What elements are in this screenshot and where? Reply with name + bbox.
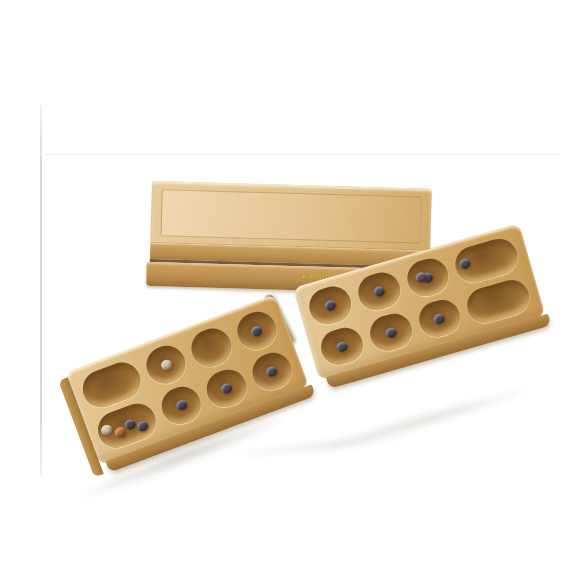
pit-near-5[interactable] xyxy=(317,323,367,369)
stone-dark xyxy=(372,286,385,299)
box-lid-top xyxy=(150,181,432,251)
stone-dark xyxy=(220,382,234,395)
pit-far-6[interactable] xyxy=(354,268,404,314)
stone-dark xyxy=(459,257,472,270)
stone-dark xyxy=(324,300,337,313)
stone-dark xyxy=(384,326,397,339)
pit-far-3[interactable] xyxy=(186,323,236,371)
product-photo: ✦Philos xyxy=(0,0,585,585)
pit-near-8-store[interactable] xyxy=(463,275,533,326)
pit-near-6[interactable] xyxy=(366,309,416,355)
card-border-line-top xyxy=(40,154,560,155)
pit-far-8-store[interactable] xyxy=(452,235,522,286)
box-lid-bevel xyxy=(160,189,421,243)
stone-dark xyxy=(175,399,189,412)
pit-far-2[interactable] xyxy=(141,340,191,388)
stone-dark xyxy=(433,312,446,325)
pit-near-4[interactable] xyxy=(247,347,297,395)
pit-near-2[interactable] xyxy=(156,381,206,429)
brand-logo-icon: ✦ xyxy=(301,273,308,280)
stone-pale xyxy=(100,423,114,436)
stone-pale xyxy=(159,358,173,371)
board-half-left xyxy=(65,295,309,465)
stone-dark xyxy=(335,340,348,353)
pit-far-4[interactable] xyxy=(232,306,282,354)
pit-near-3[interactable] xyxy=(202,364,252,412)
stone-dark xyxy=(135,420,149,433)
pit-far-7[interactable] xyxy=(403,254,453,300)
right-half-ground-shadow xyxy=(303,382,537,461)
pit-near-7[interactable] xyxy=(414,295,464,341)
stone-dark xyxy=(250,325,264,338)
stone-dark xyxy=(265,365,279,378)
card-border-line-left xyxy=(40,105,42,477)
pit-far-5[interactable] xyxy=(305,282,355,328)
